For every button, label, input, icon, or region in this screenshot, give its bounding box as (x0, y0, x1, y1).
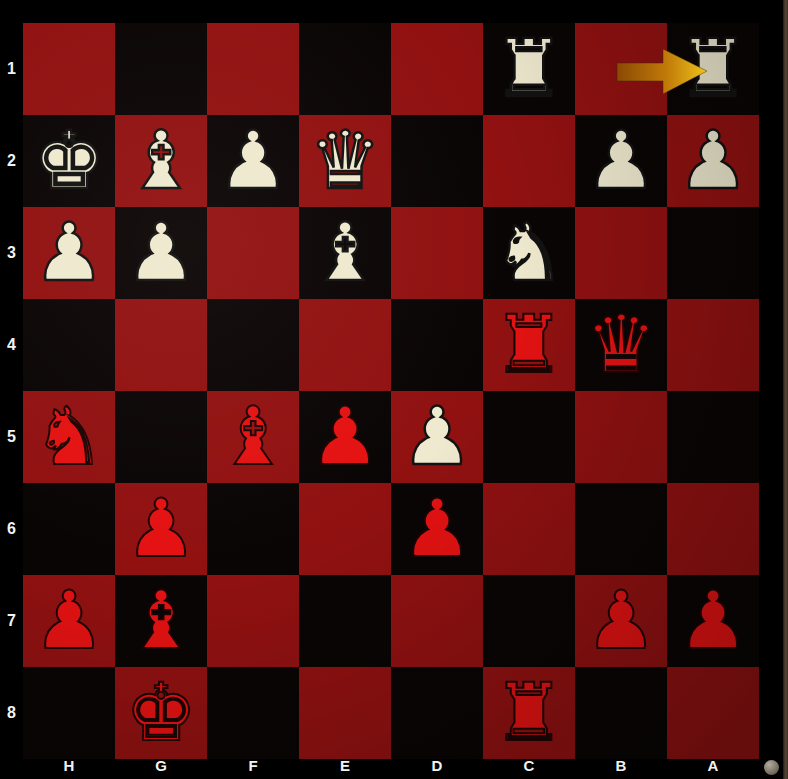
red-pawn-piece: ♟ (33, 575, 105, 667)
square-h4[interactable] (23, 299, 115, 391)
square-g1[interactable] (115, 23, 207, 115)
white-king-piece: ♚ (33, 115, 105, 207)
square-a5[interactable] (667, 391, 759, 483)
square-b2[interactable]: ♟ (575, 115, 667, 207)
square-h2[interactable]: ♚ (23, 115, 115, 207)
file-label-g: G (115, 753, 207, 777)
square-g8[interactable]: ♚ (115, 667, 207, 759)
square-f8[interactable] (207, 667, 299, 759)
square-d3[interactable] (391, 207, 483, 299)
rank-label-3: 3 (0, 207, 23, 299)
square-b1[interactable] (575, 23, 667, 115)
white-bishop-piece: ♝ (125, 115, 197, 207)
square-e1[interactable] (299, 23, 391, 115)
square-a3[interactable] (667, 207, 759, 299)
white-pawn-piece: ♟ (677, 115, 749, 207)
square-b8[interactable] (575, 667, 667, 759)
file-label-e: E (299, 753, 391, 777)
red-pawn-piece: ♟ (309, 391, 381, 483)
square-f7[interactable] (207, 575, 299, 667)
square-c3[interactable]: ♞ (483, 207, 575, 299)
square-g5[interactable] (115, 391, 207, 483)
red-bishop-piece: ♝ (217, 391, 289, 483)
red-pawn-piece: ♟ (401, 483, 473, 575)
red-pawn-piece: ♟ (677, 575, 749, 667)
red-rook-piece: ♜ (493, 667, 565, 759)
red-bishop-piece: ♝ (125, 575, 197, 667)
white-knight-piece: ♞ (493, 207, 565, 299)
red-pawn-piece: ♟ (125, 483, 197, 575)
rank-label-6: 6 (0, 483, 23, 575)
white-pawn-piece: ♟ (217, 115, 289, 207)
white-pawn-piece: ♟ (33, 207, 105, 299)
white-pawn-piece: ♟ (401, 391, 473, 483)
square-a2[interactable]: ♟ (667, 115, 759, 207)
square-e7[interactable] (299, 575, 391, 667)
square-a6[interactable] (667, 483, 759, 575)
square-c1[interactable]: ♜ (483, 23, 575, 115)
red-rook-piece: ♜ (493, 299, 565, 391)
square-c2[interactable] (483, 115, 575, 207)
square-f5[interactable]: ♝ (207, 391, 299, 483)
white-rook-piece: ♜ (493, 23, 565, 115)
square-e8[interactable] (299, 667, 391, 759)
resize-grip-dot (764, 760, 779, 775)
square-d5[interactable]: ♟ (391, 391, 483, 483)
rank-label-7: 7 (0, 575, 23, 667)
white-pawn-piece: ♟ (585, 115, 657, 207)
window-frame-edge (783, 0, 788, 779)
square-h6[interactable] (23, 483, 115, 575)
square-b6[interactable] (575, 483, 667, 575)
square-g6[interactable]: ♟ (115, 483, 207, 575)
square-c7[interactable] (483, 575, 575, 667)
square-b4[interactable]: ♛ (575, 299, 667, 391)
white-bishop-piece: ♝ (309, 207, 381, 299)
square-e5[interactable]: ♟ (299, 391, 391, 483)
square-e4[interactable] (299, 299, 391, 391)
square-d4[interactable] (391, 299, 483, 391)
square-b7[interactable]: ♟ (575, 575, 667, 667)
square-d8[interactable] (391, 667, 483, 759)
square-g4[interactable] (115, 299, 207, 391)
square-b3[interactable] (575, 207, 667, 299)
square-d6[interactable]: ♟ (391, 483, 483, 575)
file-label-a: A (667, 753, 759, 777)
square-f2[interactable]: ♟ (207, 115, 299, 207)
rank-label-1: 1 (0, 23, 23, 115)
red-pawn-piece: ♟ (585, 575, 657, 667)
square-h5[interactable]: ♞ (23, 391, 115, 483)
file-label-b: B (575, 753, 667, 777)
square-c6[interactable] (483, 483, 575, 575)
chess-board-app: ♜♜♚♝♟♛♟♟♟♟♝♞♜♛♞♝♟♟♟♟♟♝♟♟♚♜ 12345678 HGFE… (0, 0, 788, 779)
rank-label-4: 4 (0, 299, 23, 391)
red-knight-piece: ♞ (33, 391, 105, 483)
square-d7[interactable] (391, 575, 483, 667)
square-a4[interactable] (667, 299, 759, 391)
square-e2[interactable]: ♛ (299, 115, 391, 207)
square-f4[interactable] (207, 299, 299, 391)
file-label-h: H (23, 753, 115, 777)
file-label-f: F (207, 753, 299, 777)
square-c8[interactable]: ♜ (483, 667, 575, 759)
file-label-d: D (391, 753, 483, 777)
rank-label-2: 2 (0, 115, 23, 207)
file-label-c: C (483, 753, 575, 777)
square-g2[interactable]: ♝ (115, 115, 207, 207)
square-g3[interactable]: ♟ (115, 207, 207, 299)
white-rook-piece: ♜ (677, 23, 749, 115)
rank-label-8: 8 (0, 667, 23, 759)
square-g7[interactable]: ♝ (115, 575, 207, 667)
square-e6[interactable] (299, 483, 391, 575)
square-f6[interactable] (207, 483, 299, 575)
square-h3[interactable]: ♟ (23, 207, 115, 299)
chess-board: ♜♜♚♝♟♛♟♟♟♟♝♞♜♛♞♝♟♟♟♟♟♝♟♟♚♜ (23, 23, 759, 759)
red-queen-piece: ♛ (585, 299, 657, 391)
square-d2[interactable] (391, 115, 483, 207)
white-pawn-piece: ♟ (125, 207, 197, 299)
square-a1[interactable]: ♜ (667, 23, 759, 115)
red-king-piece: ♚ (125, 667, 197, 759)
square-h8[interactable] (23, 667, 115, 759)
square-f3[interactable] (207, 207, 299, 299)
square-f1[interactable] (207, 23, 299, 115)
square-c5[interactable] (483, 391, 575, 483)
square-a7[interactable]: ♟ (667, 575, 759, 667)
square-c4[interactable]: ♜ (483, 299, 575, 391)
square-d1[interactable] (391, 23, 483, 115)
square-e3[interactable]: ♝ (299, 207, 391, 299)
square-h7[interactable]: ♟ (23, 575, 115, 667)
white-queen-piece: ♛ (309, 115, 381, 207)
square-a8[interactable] (667, 667, 759, 759)
rank-label-5: 5 (0, 391, 23, 483)
square-h1[interactable] (23, 23, 115, 115)
square-b5[interactable] (575, 391, 667, 483)
